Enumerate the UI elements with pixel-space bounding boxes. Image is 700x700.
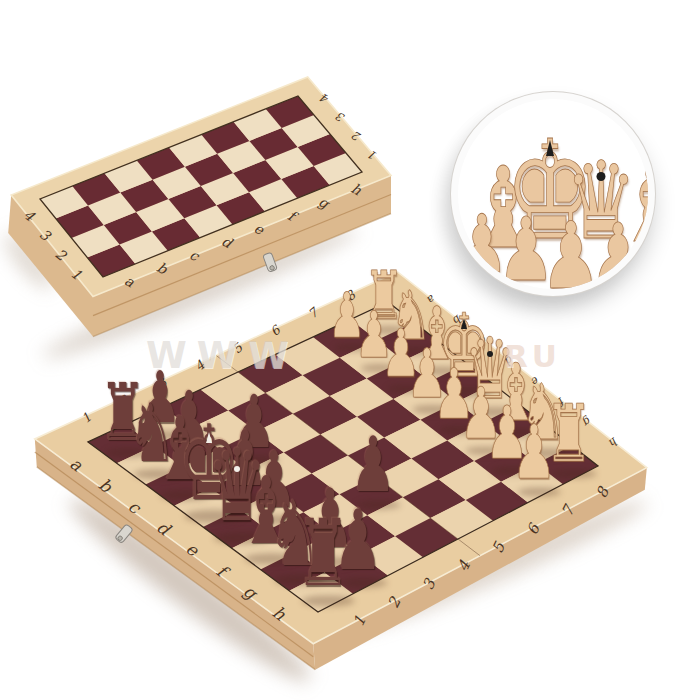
closed-board: abcdefgh12341234 (8, 77, 391, 337)
open-board-clasp (115, 524, 133, 544)
magnifier-inset-circle: ♝♚♛♝♟♟♟♟♟ (451, 92, 655, 296)
watermark-text-left: WWW (146, 334, 298, 377)
inset-queen-ball-finial (597, 172, 606, 181)
inset-king-spike-finial (546, 140, 554, 156)
open-board: abcdefgh1234567812345678abcdefgh (35, 272, 647, 670)
product-photo-stage: abcdefgh1234567812345678abcdefghabcdefgh… (0, 0, 700, 700)
watermark-text-right: RU (504, 338, 561, 374)
